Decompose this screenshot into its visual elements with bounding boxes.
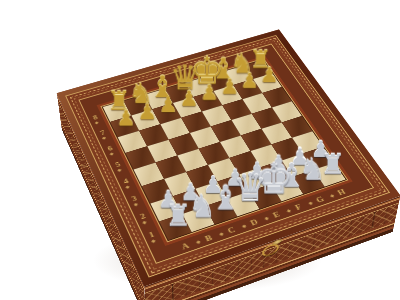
chess-box: ABCDEFGH 12345678 ♜♞♝♛♚♝♞♜♟♟♟♟♟♟♟♟♟♟♟♟♟♟… [57,30,400,287]
product-photo: ABCDEFGH 12345678 ♜♞♝♛♚♝♞♜♟♟♟♟♟♟♟♟♟♟♟♟♟♟… [0,0,400,300]
silver-rook-a1: ♜ [165,201,190,230]
silver-knight-b1: ♞ [188,191,213,222]
scene: ABCDEFGH 12345678 ♜♞♝♛♚♝♞♜♟♟♟♟♟♟♟♟♟♟♟♟♟♟… [0,0,400,300]
